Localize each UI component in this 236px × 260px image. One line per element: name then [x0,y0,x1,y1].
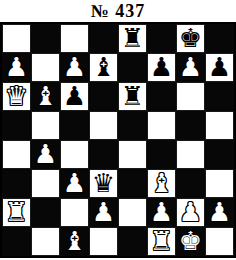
square-d4 [89,140,118,169]
piece-white-pawn: ♟ [63,169,86,198]
square-e3 [118,169,147,198]
square-f6 [147,82,176,111]
square-f5 [147,111,176,140]
square-h3 [205,169,234,198]
square-g5 [176,111,205,140]
piece-black-pawn: ♟ [150,53,173,82]
piece-black-pawn: ♟ [208,53,231,82]
square-a4 [2,140,31,169]
square-g6 [176,82,205,111]
square-e2 [118,198,147,227]
square-d1 [89,227,118,256]
square-a7: ♟ [2,53,31,82]
piece-white-pawn: ♟ [34,140,57,169]
square-b6: ♝ [31,82,60,111]
square-g1: ♚ [176,227,205,256]
piece-black-rook: ♜ [121,24,144,53]
square-f4 [147,140,176,169]
square-e4 [118,140,147,169]
square-e5 [118,111,147,140]
square-a5 [2,111,31,140]
piece-white-rook: ♜ [5,198,28,227]
square-g3 [176,169,205,198]
square-a8 [2,24,31,53]
piece-black-bishop: ♝ [92,53,115,82]
piece-white-pawn: ♟ [150,198,173,227]
square-h6 [205,82,234,111]
square-f8 [147,24,176,53]
piece-white-pawn: ♟ [92,198,115,227]
square-h2: ♟ [205,198,234,227]
square-g8: ♚ [176,24,205,53]
square-e1 [118,227,147,256]
piece-white-bishop: ♝ [34,82,57,111]
piece-black-king: ♚ [179,24,202,53]
square-e6: ♜ [118,82,147,111]
piece-black-queen: ♛ [92,169,115,198]
square-h5 [205,111,234,140]
puzzle-number-title: № 437 [0,0,236,22]
square-b2 [31,198,60,227]
square-a2: ♜ [2,198,31,227]
square-c1: ♝ [60,227,89,256]
square-g7: ♟ [176,53,205,82]
square-e7 [118,53,147,82]
square-c5 [60,111,89,140]
square-a6: ♛ [2,82,31,111]
square-h8 [205,24,234,53]
square-c3: ♟ [60,169,89,198]
piece-black-rook: ♜ [121,82,144,111]
piece-white-bishop: ♝ [63,227,86,256]
square-c4 [60,140,89,169]
piece-white-king: ♚ [179,227,202,256]
piece-white-rook: ♜ [150,227,173,256]
piece-white-pawn: ♟ [208,198,231,227]
square-d8 [89,24,118,53]
piece-white-bishop: ♝ [150,169,173,198]
square-d5 [89,111,118,140]
square-f7: ♟ [147,53,176,82]
piece-white-queen: ♛ [5,82,28,111]
square-f1: ♜ [147,227,176,256]
square-c7: ♟ [60,53,89,82]
piece-white-pawn: ♟ [179,198,202,227]
square-h7: ♟ [205,53,234,82]
square-b4: ♟ [31,140,60,169]
square-a3 [2,169,31,198]
square-g2: ♟ [176,198,205,227]
square-f2: ♟ [147,198,176,227]
square-h4 [205,140,234,169]
square-b3 [31,169,60,198]
piece-white-pawn: ♟ [63,53,86,82]
square-d7: ♝ [89,53,118,82]
piece-white-pawn: ♟ [179,53,202,82]
chess-board: ♜♚♟♟♝♟♟♟♛♝♟♜♟♟♛♝♜♟♟♟♟♝♜♚ [0,22,236,258]
square-h1 [205,227,234,256]
square-d2: ♟ [89,198,118,227]
square-d3: ♛ [89,169,118,198]
square-f3: ♝ [147,169,176,198]
square-d6 [89,82,118,111]
square-c6: ♟ [60,82,89,111]
square-e8: ♜ [118,24,147,53]
piece-black-pawn: ♟ [63,82,86,111]
square-c2 [60,198,89,227]
square-a1 [2,227,31,256]
square-g4 [176,140,205,169]
square-b5 [31,111,60,140]
square-b7 [31,53,60,82]
square-b1 [31,227,60,256]
square-b8 [31,24,60,53]
piece-white-pawn: ♟ [5,53,28,82]
square-c8 [60,24,89,53]
